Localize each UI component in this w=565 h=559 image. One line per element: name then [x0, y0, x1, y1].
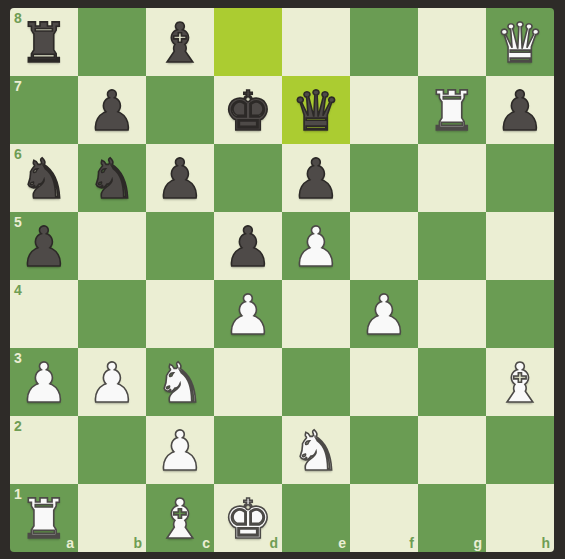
square-g8[interactable] — [418, 8, 486, 76]
square-f7[interactable] — [350, 76, 418, 144]
white-rook-g7[interactable]: ♜ — [418, 76, 486, 144]
square-a6[interactable]: 6♞ — [10, 144, 78, 212]
square-b5[interactable] — [78, 212, 146, 280]
black-king-d7[interactable]: ♚ — [214, 76, 282, 144]
square-e6[interactable]: ♟ — [282, 144, 350, 212]
square-b3[interactable]: ♟ — [78, 348, 146, 416]
square-h6[interactable] — [486, 144, 554, 212]
black-rook-a8[interactable]: ♜ — [10, 8, 78, 76]
square-d5[interactable]: ♟ — [214, 212, 282, 280]
square-g1[interactable]: g — [418, 484, 486, 552]
square-a2[interactable]: 2 — [10, 416, 78, 484]
square-f2[interactable] — [350, 416, 418, 484]
black-pawn-b7[interactable]: ♟ — [78, 76, 146, 144]
file-label-f: f — [409, 535, 414, 551]
rank-label-7: 7 — [14, 78, 22, 94]
square-e2[interactable]: ♞ — [282, 416, 350, 484]
square-b1[interactable]: b — [78, 484, 146, 552]
square-e5[interactable]: ♟ — [282, 212, 350, 280]
square-a4[interactable]: 4 — [10, 280, 78, 348]
square-h8[interactable]: ♛ — [486, 8, 554, 76]
square-e4[interactable] — [282, 280, 350, 348]
square-d7[interactable]: ♚ — [214, 76, 282, 144]
square-h1[interactable]: h — [486, 484, 554, 552]
square-e7[interactable]: ♛ — [282, 76, 350, 144]
square-d8[interactable] — [214, 8, 282, 76]
rank-label-2: 2 — [14, 418, 22, 434]
square-c5[interactable] — [146, 212, 214, 280]
file-label-e: e — [338, 535, 346, 551]
square-c3[interactable]: ♞ — [146, 348, 214, 416]
black-pawn-d5[interactable]: ♟ — [214, 212, 282, 280]
black-knight-b6[interactable]: ♞ — [78, 144, 146, 212]
square-g2[interactable] — [418, 416, 486, 484]
black-pawn-a5[interactable]: ♟ — [10, 212, 78, 280]
square-f3[interactable] — [350, 348, 418, 416]
black-pawn-h7[interactable]: ♟ — [486, 76, 554, 144]
white-rook-a1[interactable]: ♜ — [10, 484, 78, 552]
square-g6[interactable] — [418, 144, 486, 212]
square-f6[interactable] — [350, 144, 418, 212]
square-a7[interactable]: 7 — [10, 76, 78, 144]
rank-label-4: 4 — [14, 282, 22, 298]
square-f1[interactable]: f — [350, 484, 418, 552]
square-b6[interactable]: ♞ — [78, 144, 146, 212]
white-pawn-f4[interactable]: ♟ — [350, 280, 418, 348]
square-d4[interactable]: ♟ — [214, 280, 282, 348]
square-g5[interactable] — [418, 212, 486, 280]
square-b8[interactable] — [78, 8, 146, 76]
square-a8[interactable]: 8♜ — [10, 8, 78, 76]
white-pawn-c2[interactable]: ♟ — [146, 416, 214, 484]
chess-board: 8♜♝♛7♟♚♛♜♟6♞♞♟♟5♟♟♟4♟♟3♟♟♞♝2♟♞1a♜bc♝d♚ef… — [10, 8, 554, 552]
square-b2[interactable] — [78, 416, 146, 484]
square-g4[interactable] — [418, 280, 486, 348]
square-f4[interactable]: ♟ — [350, 280, 418, 348]
square-d2[interactable] — [214, 416, 282, 484]
square-h7[interactable]: ♟ — [486, 76, 554, 144]
square-c2[interactable]: ♟ — [146, 416, 214, 484]
square-e3[interactable] — [282, 348, 350, 416]
square-a1[interactable]: 1a♜ — [10, 484, 78, 552]
square-a3[interactable]: 3♟ — [10, 348, 78, 416]
square-c1[interactable]: c♝ — [146, 484, 214, 552]
square-c7[interactable] — [146, 76, 214, 144]
white-bishop-c1[interactable]: ♝ — [146, 484, 214, 552]
square-h4[interactable] — [486, 280, 554, 348]
square-b7[interactable]: ♟ — [78, 76, 146, 144]
square-e8[interactable] — [282, 8, 350, 76]
square-f5[interactable] — [350, 212, 418, 280]
white-knight-c3[interactable]: ♞ — [146, 348, 214, 416]
white-pawn-a3[interactable]: ♟ — [10, 348, 78, 416]
black-bishop-c8[interactable]: ♝ — [146, 8, 214, 76]
square-d6[interactable] — [214, 144, 282, 212]
square-c8[interactable]: ♝ — [146, 8, 214, 76]
white-bishop-h3[interactable]: ♝ — [486, 348, 554, 416]
file-label-h: h — [541, 535, 550, 551]
white-pawn-b3[interactable]: ♟ — [78, 348, 146, 416]
file-label-b: b — [133, 535, 142, 551]
white-pawn-d4[interactable]: ♟ — [214, 280, 282, 348]
white-pawn-e5[interactable]: ♟ — [282, 212, 350, 280]
square-e1[interactable]: e — [282, 484, 350, 552]
square-c6[interactable]: ♟ — [146, 144, 214, 212]
square-g3[interactable] — [418, 348, 486, 416]
square-h2[interactable] — [486, 416, 554, 484]
square-f8[interactable] — [350, 8, 418, 76]
square-d3[interactable] — [214, 348, 282, 416]
square-h5[interactable] — [486, 212, 554, 280]
square-h3[interactable]: ♝ — [486, 348, 554, 416]
square-b4[interactable] — [78, 280, 146, 348]
black-pawn-e6[interactable]: ♟ — [282, 144, 350, 212]
square-d1[interactable]: d♚ — [214, 484, 282, 552]
white-king-d1[interactable]: ♚ — [214, 484, 282, 552]
black-pawn-c6[interactable]: ♟ — [146, 144, 214, 212]
square-a5[interactable]: 5♟ — [10, 212, 78, 280]
black-knight-a6[interactable]: ♞ — [10, 144, 78, 212]
white-knight-e2[interactable]: ♞ — [282, 416, 350, 484]
file-label-g: g — [473, 535, 482, 551]
white-queen-h8[interactable]: ♛ — [486, 8, 554, 76]
square-g7[interactable]: ♜ — [418, 76, 486, 144]
black-queen-e7[interactable]: ♛ — [282, 76, 350, 144]
square-c4[interactable] — [146, 280, 214, 348]
